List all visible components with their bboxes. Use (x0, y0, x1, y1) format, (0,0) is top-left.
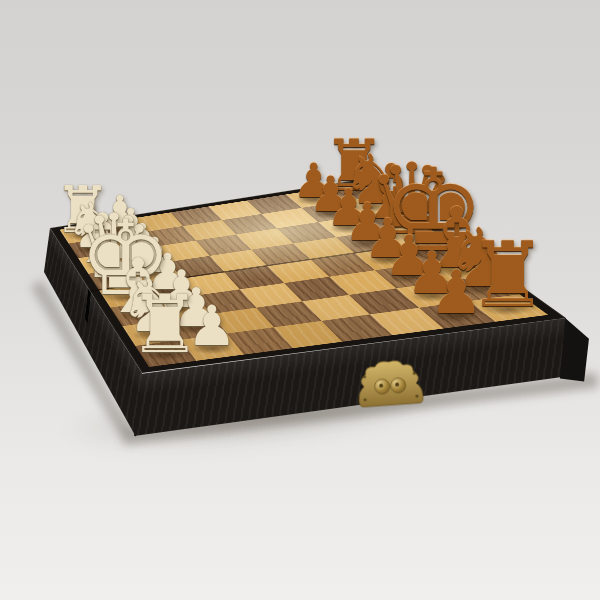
piece-white-rook-h1: ♜ (129, 284, 201, 364)
chess-set-photo: ♜♟♞♟♝♟♟♜♛♟♟♞♚♟♟♝♝♟♟♛♞♟♟♚♟♜♝♟♟♞♟♜ (0, 0, 600, 600)
piece-brown-pawn-h7: ♟ (430, 263, 484, 323)
brass-clasp-icon (353, 356, 426, 411)
